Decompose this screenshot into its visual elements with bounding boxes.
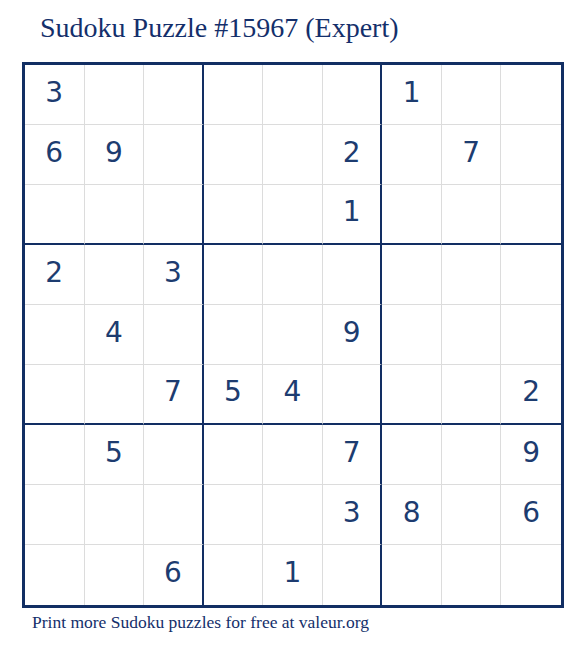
sudoku-cell-r1c7: 1 xyxy=(382,65,442,125)
sudoku-cell-r7c1 xyxy=(25,425,85,485)
sudoku-cell-r6c9: 2 xyxy=(501,365,561,425)
sudoku-cell-r6c3: 7 xyxy=(144,365,204,425)
sudoku-cell-r4c6 xyxy=(323,245,383,305)
sudoku-cell-r8c4 xyxy=(204,485,264,545)
sudoku-cell-r9c3: 6 xyxy=(144,545,204,605)
sudoku-cell-r6c1 xyxy=(25,365,85,425)
sudoku-cell-r6c6 xyxy=(323,365,383,425)
sudoku-cell-r3c9 xyxy=(501,185,561,245)
sudoku-cell-r1c9 xyxy=(501,65,561,125)
sudoku-cell-r4c9 xyxy=(501,245,561,305)
sudoku-cell-r2c8: 7 xyxy=(442,125,502,185)
sudoku-cell-r6c2 xyxy=(85,365,145,425)
footer-text: Print more Sudoku puzzles for free at va… xyxy=(32,612,369,633)
sudoku-cell-r5c7 xyxy=(382,305,442,365)
sudoku-cell-r8c9: 6 xyxy=(501,485,561,545)
sudoku-cell-r3c1 xyxy=(25,185,85,245)
sudoku-cell-r8c2 xyxy=(85,485,145,545)
sudoku-cell-r7c2: 5 xyxy=(85,425,145,485)
sudoku-cell-r2c3 xyxy=(144,125,204,185)
sudoku-cell-r2c6: 2 xyxy=(323,125,383,185)
sudoku-cell-r1c1: 3 xyxy=(25,65,85,125)
sudoku-cell-r9c8 xyxy=(442,545,502,605)
sudoku-cell-r4c8 xyxy=(442,245,502,305)
sudoku-cell-r4c2 xyxy=(85,245,145,305)
sudoku-cell-r8c6: 3 xyxy=(323,485,383,545)
sudoku-cell-r3c3 xyxy=(144,185,204,245)
sudoku-cell-r7c7 xyxy=(382,425,442,485)
sudoku-cell-r1c5 xyxy=(263,65,323,125)
sudoku-cell-r2c5 xyxy=(263,125,323,185)
sudoku-cell-r9c7 xyxy=(382,545,442,605)
sudoku-cell-r5c6: 9 xyxy=(323,305,383,365)
sudoku-cell-r9c1 xyxy=(25,545,85,605)
sudoku-cell-r5c5 xyxy=(263,305,323,365)
sudoku-cell-r7c9: 9 xyxy=(501,425,561,485)
sudoku-cell-r5c3 xyxy=(144,305,204,365)
sudoku-cell-r4c7 xyxy=(382,245,442,305)
sudoku-cell-r8c7: 8 xyxy=(382,485,442,545)
sudoku-cell-r5c4 xyxy=(204,305,264,365)
sudoku-cell-r5c9 xyxy=(501,305,561,365)
sudoku-cell-r7c8 xyxy=(442,425,502,485)
sudoku-cell-r5c1 xyxy=(25,305,85,365)
sudoku-cell-r4c3: 3 xyxy=(144,245,204,305)
sudoku-cell-r1c6 xyxy=(323,65,383,125)
sudoku-cell-r6c7 xyxy=(382,365,442,425)
sudoku-cell-r2c7 xyxy=(382,125,442,185)
sudoku-cell-r3c4 xyxy=(204,185,264,245)
sudoku-cell-r2c1: 6 xyxy=(25,125,85,185)
sudoku-cell-r7c6: 7 xyxy=(323,425,383,485)
sudoku-cell-r7c3 xyxy=(144,425,204,485)
sudoku-cell-r1c2 xyxy=(85,65,145,125)
sudoku-cell-r2c2: 9 xyxy=(85,125,145,185)
sudoku-cell-r6c8 xyxy=(442,365,502,425)
sudoku-cell-r1c3 xyxy=(144,65,204,125)
sudoku-cell-r4c4 xyxy=(204,245,264,305)
sudoku-cell-r8c1 xyxy=(25,485,85,545)
sudoku-cell-r1c8 xyxy=(442,65,502,125)
sudoku-cell-r3c2 xyxy=(85,185,145,245)
sudoku-grid: 31692712349754257938661 xyxy=(22,62,564,608)
sudoku-page: Sudoku Puzzle #15967 (Expert) 3169271234… xyxy=(0,0,580,651)
sudoku-cell-r3c6: 1 xyxy=(323,185,383,245)
sudoku-cell-r6c4: 5 xyxy=(204,365,264,425)
sudoku-cell-r8c3 xyxy=(144,485,204,545)
sudoku-cell-r2c4 xyxy=(204,125,264,185)
sudoku-cell-r9c2 xyxy=(85,545,145,605)
sudoku-cell-r8c5 xyxy=(263,485,323,545)
page-title: Sudoku Puzzle #15967 (Expert) xyxy=(40,12,399,44)
sudoku-cell-r9c5: 1 xyxy=(263,545,323,605)
sudoku-cell-r4c5 xyxy=(263,245,323,305)
sudoku-cell-r5c8 xyxy=(442,305,502,365)
sudoku-cell-r4c1: 2 xyxy=(25,245,85,305)
sudoku-cell-r9c4 xyxy=(204,545,264,605)
sudoku-cell-r2c9 xyxy=(501,125,561,185)
sudoku-cell-r3c5 xyxy=(263,185,323,245)
sudoku-cell-r9c6 xyxy=(323,545,383,605)
sudoku-cell-r1c4 xyxy=(204,65,264,125)
sudoku-cell-r7c4 xyxy=(204,425,264,485)
sudoku-cell-r9c9 xyxy=(501,545,561,605)
sudoku-cell-r3c7 xyxy=(382,185,442,245)
sudoku-cell-r5c2: 4 xyxy=(85,305,145,365)
sudoku-cell-r6c5: 4 xyxy=(263,365,323,425)
sudoku-cell-r8c8 xyxy=(442,485,502,545)
sudoku-cell-r7c5 xyxy=(263,425,323,485)
sudoku-cell-r3c8 xyxy=(442,185,502,245)
